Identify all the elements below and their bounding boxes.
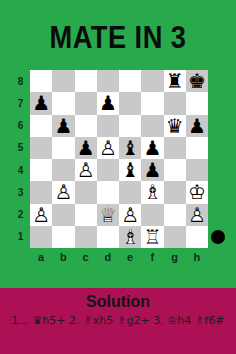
- file-label-e: e: [119, 249, 141, 263]
- file-label-a: a: [30, 249, 52, 263]
- rank-label-2: 2: [13, 204, 28, 226]
- file-label-d: d: [97, 249, 119, 263]
- square-c5: ♟: [75, 137, 97, 159]
- square-d2: ♛♕: [97, 204, 119, 226]
- square-h6: ♟: [186, 115, 208, 137]
- square-f3: ♝♗: [141, 181, 163, 203]
- square-h2: ♟♙: [186, 204, 208, 226]
- rank-label-4: 4: [13, 159, 28, 181]
- rank-label-6: 6: [13, 115, 28, 137]
- rank-label-3: 3: [13, 181, 28, 203]
- square-b8: [52, 70, 74, 92]
- piece-black-king: ♚: [188, 71, 206, 91]
- square-g6: ♛: [164, 115, 186, 137]
- square-a7: ♟: [30, 92, 52, 114]
- square-b2: [52, 204, 74, 226]
- piece-white-pawn: ♟♙: [54, 182, 72, 202]
- square-c2: [75, 204, 97, 226]
- square-b5: [52, 137, 74, 159]
- square-g3: [164, 181, 186, 203]
- square-d1: [97, 226, 119, 248]
- square-a6: [30, 115, 52, 137]
- piece-white-king: ♚♔: [188, 182, 206, 202]
- rank-label-8: 8: [13, 70, 28, 92]
- piece-white-bishop: ♝♗: [143, 182, 161, 202]
- piece-white-bishop: ♝♗: [121, 227, 139, 247]
- square-e5: ♝: [119, 137, 141, 159]
- square-f4: ♟: [141, 159, 163, 181]
- square-h4: [186, 159, 208, 181]
- piece-black-pawn: ♟: [143, 138, 161, 158]
- square-d6: [97, 115, 119, 137]
- square-b6: ♟: [52, 115, 74, 137]
- square-g8: ♜: [164, 70, 186, 92]
- square-g2: [164, 204, 186, 226]
- rank-label-1: 1: [13, 226, 28, 248]
- rank-label-5: 5: [13, 137, 28, 159]
- square-a8: [30, 70, 52, 92]
- piece-white-pawn: ♟♙: [188, 205, 206, 225]
- piece-white-pawn: ♟♙: [32, 205, 50, 225]
- solution-moves: 1... ♛h5+ 2. ♗xh5 ♗g2+ 3. ♔h4 ♗f6#: [0, 314, 236, 327]
- piece-white-pawn: ♟♙: [121, 205, 139, 225]
- piece-black-bishop: ♝: [121, 160, 139, 180]
- square-e6: [119, 115, 141, 137]
- square-h7: [186, 92, 208, 114]
- rank-labels: 87654321: [13, 70, 28, 248]
- solution-heading: Solution: [0, 293, 236, 311]
- rank-label-7: 7: [13, 92, 28, 114]
- square-f6: [141, 115, 163, 137]
- square-e7: [119, 92, 141, 114]
- square-a1: [30, 226, 52, 248]
- chess-board: ♜♚♟♟♟♛♟♟♟♙♝♟♟♙♝♟♟♙♝♗♚♔♟♙♛♕♟♙♟♙♝♗♜♖: [30, 70, 208, 248]
- piece-black-pawn: ♟: [54, 116, 72, 136]
- piece-white-pawn: ♟♙: [77, 160, 95, 180]
- square-d7: ♟: [97, 92, 119, 114]
- square-c8: [75, 70, 97, 92]
- file-labels: abcdefgh: [30, 249, 208, 263]
- square-c6: [75, 115, 97, 137]
- piece-white-pawn: ♟♙: [99, 138, 117, 158]
- puzzle-card: MATE IN 3 87654321 ♜♚♟♟♟♛♟♟♟♙♝♟♟♙♝♟♟♙♝♗♚…: [0, 0, 236, 354]
- square-f8: [141, 70, 163, 92]
- square-a2: ♟♙: [30, 204, 52, 226]
- square-c4: ♟♙: [75, 159, 97, 181]
- square-c3: [75, 181, 97, 203]
- square-b4: [52, 159, 74, 181]
- file-label-c: c: [75, 249, 97, 263]
- square-d4: [97, 159, 119, 181]
- square-c7: [75, 92, 97, 114]
- piece-white-queen: ♛♕: [99, 205, 117, 225]
- square-d5: ♟♙: [97, 137, 119, 159]
- square-a3: [30, 181, 52, 203]
- solution-bar: Solution 1... ♛h5+ 2. ♗xh5 ♗g2+ 3. ♔h4 ♗…: [0, 288, 236, 354]
- square-h5: [186, 137, 208, 159]
- square-f5: ♟: [141, 137, 163, 159]
- square-g5: [164, 137, 186, 159]
- square-b3: ♟♙: [52, 181, 74, 203]
- puzzle-title: MATE IN 3: [14, 20, 222, 56]
- file-label-h: h: [186, 249, 208, 263]
- square-d8: [97, 70, 119, 92]
- square-a5: [30, 137, 52, 159]
- square-c1: [75, 226, 97, 248]
- square-e4: ♝: [119, 159, 141, 181]
- square-h8: ♚: [186, 70, 208, 92]
- square-e1: ♝♗: [119, 226, 141, 248]
- square-b7: [52, 92, 74, 114]
- piece-white-rook: ♜♖: [143, 227, 161, 247]
- square-f1: ♜♖: [141, 226, 163, 248]
- piece-black-pawn: ♟: [143, 160, 161, 180]
- piece-black-bishop: ♝: [121, 138, 139, 158]
- square-e3: [119, 181, 141, 203]
- square-b1: [52, 226, 74, 248]
- piece-black-pawn: ♟: [32, 93, 50, 113]
- square-f7: [141, 92, 163, 114]
- square-a4: [30, 159, 52, 181]
- piece-black-pawn: ♟: [99, 93, 117, 113]
- piece-black-pawn: ♟: [188, 116, 206, 136]
- piece-black-queen: ♛: [166, 116, 184, 136]
- black-to-move-indicator: [211, 230, 225, 244]
- file-label-b: b: [52, 249, 74, 263]
- square-e8: [119, 70, 141, 92]
- square-e2: ♟♙: [119, 204, 141, 226]
- square-d3: [97, 181, 119, 203]
- square-h1: [186, 226, 208, 248]
- square-g7: [164, 92, 186, 114]
- piece-black-rook: ♜: [166, 71, 184, 91]
- square-h3: ♚♔: [186, 181, 208, 203]
- square-g1: [164, 226, 186, 248]
- piece-black-pawn: ♟: [77, 138, 95, 158]
- square-f2: [141, 204, 163, 226]
- square-g4: [164, 159, 186, 181]
- file-label-f: f: [141, 249, 163, 263]
- file-label-g: g: [164, 249, 186, 263]
